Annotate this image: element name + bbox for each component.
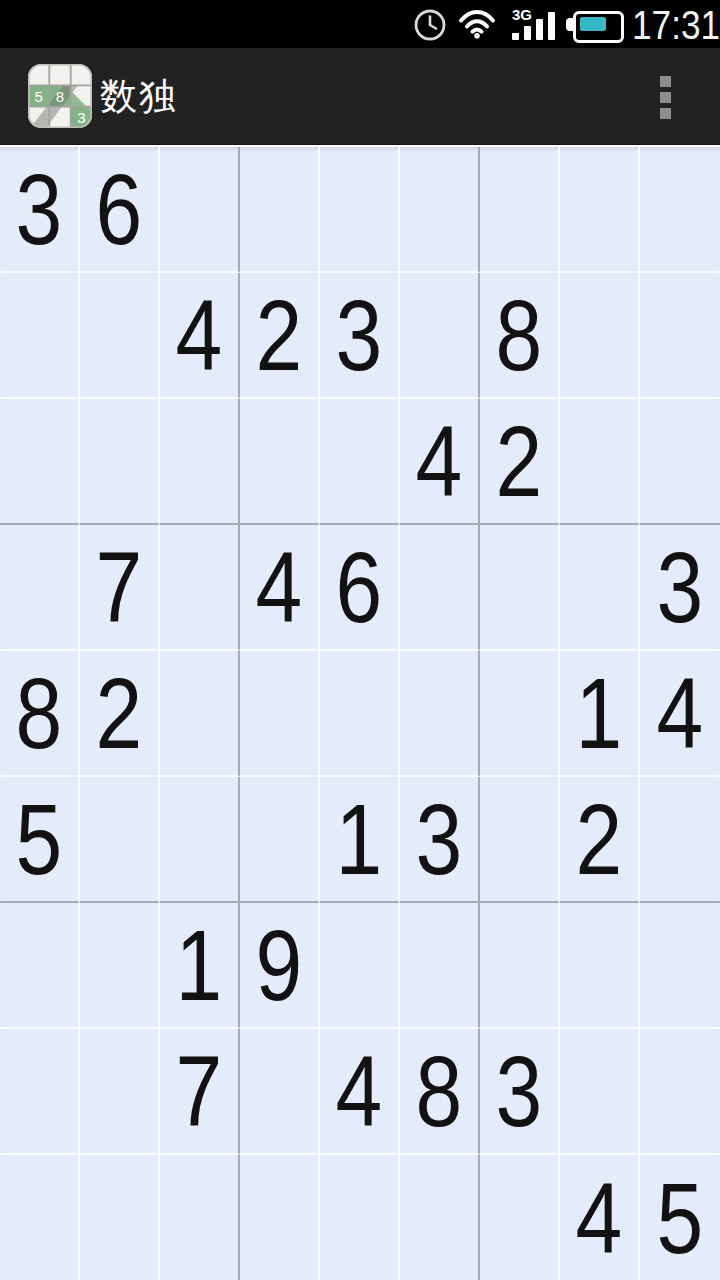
cell-r3c1[interactable] [0, 399, 80, 525]
cell-r5c2[interactable]: 2 [80, 651, 160, 777]
cell-r2c9[interactable] [640, 273, 720, 399]
cell-r3c9[interactable] [640, 399, 720, 525]
signal-bar-dot [512, 33, 519, 40]
cell-r8c2[interactable] [80, 1029, 160, 1155]
cell-r7c8[interactable] [560, 903, 640, 1029]
cell-r5c3[interactable] [160, 651, 240, 777]
cell-r1c1[interactable]: 3 [0, 147, 80, 273]
wifi-icon [458, 9, 496, 39]
given-digit: 8 [16, 663, 63, 763]
given-digit: 4 [336, 1041, 383, 1141]
cell-r2c4[interactable]: 2 [240, 273, 320, 399]
cell-r6c1[interactable]: 5 [0, 777, 80, 903]
cell-r2c1[interactable] [0, 273, 80, 399]
icon-digit-3: 3 [77, 109, 85, 126]
given-digit: 4 [256, 537, 303, 637]
cell-r3c2[interactable] [80, 399, 160, 525]
cell-r9c1[interactable] [0, 1155, 80, 1280]
cell-r8c9[interactable] [640, 1029, 720, 1155]
cell-r2c3[interactable]: 4 [160, 273, 240, 399]
given-digit: 7 [96, 537, 143, 637]
given-digit: 3 [16, 159, 63, 259]
clock-time: 17:31 [632, 0, 720, 48]
cell-r1c5[interactable] [320, 147, 400, 273]
given-digit: 2 [96, 663, 143, 763]
cell-r9c7[interactable] [480, 1155, 560, 1280]
cell-r8c6[interactable]: 8 [400, 1029, 480, 1155]
cell-r8c8[interactable] [560, 1029, 640, 1155]
icon-digit-8: 8 [56, 88, 64, 105]
given-digit: 1 [576, 663, 623, 763]
cell-r9c5[interactable] [320, 1155, 400, 1280]
sudoku-app-icon: 5 8 3 [28, 64, 92, 128]
cell-r9c4[interactable] [240, 1155, 320, 1280]
cell-r1c8[interactable] [560, 147, 640, 273]
cell-r7c4[interactable]: 9 [240, 903, 320, 1029]
cell-r7c1[interactable] [0, 903, 80, 1029]
menu-dot [660, 76, 671, 87]
given-digit: 7 [176, 1041, 223, 1141]
cell-r7c3[interactable]: 1 [160, 903, 240, 1029]
cell-r6c3[interactable] [160, 777, 240, 903]
cell-r4c4[interactable]: 4 [240, 525, 320, 651]
network-type-label: 3G [512, 6, 532, 23]
cell-r1c6[interactable] [400, 147, 480, 273]
given-digit: 4 [176, 285, 223, 385]
given-digit: 6 [96, 159, 143, 259]
given-digit: 3 [657, 537, 704, 637]
cell-r2c7[interactable]: 8 [480, 273, 560, 399]
menu-dot [660, 92, 671, 103]
given-digit: 3 [416, 789, 463, 889]
cell-r4c2[interactable]: 7 [80, 525, 160, 651]
cell-r4c7[interactable] [480, 525, 560, 651]
given-digit: 4 [416, 411, 463, 511]
alarm-clock-icon [412, 7, 448, 43]
given-digit: 8 [496, 285, 543, 385]
sudoku-grid: 3642384274638214513219748345 [0, 145, 720, 1280]
cell-r7c5[interactable] [320, 903, 400, 1029]
cell-r3c8[interactable] [560, 399, 640, 525]
page-title: 数独 [100, 48, 178, 144]
cell-r2c5[interactable]: 3 [320, 273, 400, 399]
cell-r5c8[interactable]: 1 [560, 651, 640, 777]
given-digit: 8 [416, 1041, 463, 1141]
cell-r5c1[interactable]: 8 [0, 651, 80, 777]
cell-r1c2[interactable]: 6 [80, 147, 160, 273]
cell-r6c9[interactable] [640, 777, 720, 903]
given-digit: 4 [657, 663, 704, 763]
cell-r2c2[interactable] [80, 273, 160, 399]
given-digit: 3 [496, 1041, 543, 1141]
cell-r3c3[interactable] [160, 399, 240, 525]
cell-r1c4[interactable] [240, 147, 320, 273]
battery-fill [580, 17, 606, 31]
cell-r7c6[interactable] [400, 903, 480, 1029]
cell-r4c8[interactable] [560, 525, 640, 651]
given-digit: 1 [176, 915, 223, 1015]
cell-r8c3[interactable]: 7 [160, 1029, 240, 1155]
cell-r4c5[interactable]: 6 [320, 525, 400, 651]
cell-r1c3[interactable] [160, 147, 240, 273]
cell-r7c7[interactable] [480, 903, 560, 1029]
overflow-menu-icon[interactable] [656, 76, 674, 119]
given-digit: 5 [16, 789, 63, 889]
cell-r6c2[interactable] [80, 777, 160, 903]
cell-r9c3[interactable] [160, 1155, 240, 1280]
signal-bars-icon: 3G [510, 0, 562, 48]
cell-r8c5[interactable]: 4 [320, 1029, 400, 1155]
given-digit: 2 [576, 789, 623, 889]
cell-r8c1[interactable] [0, 1029, 80, 1155]
cell-r7c9[interactable] [640, 903, 720, 1029]
cell-r2c6[interactable] [400, 273, 480, 399]
icon-digit-5: 5 [34, 88, 42, 105]
cell-r5c5[interactable] [320, 651, 400, 777]
cell-r8c7[interactable]: 3 [480, 1029, 560, 1155]
cell-r8c4[interactable] [240, 1029, 320, 1155]
cell-r6c4[interactable] [240, 777, 320, 903]
given-digit: 6 [336, 537, 383, 637]
cell-r4c6[interactable] [400, 525, 480, 651]
cell-r3c6[interactable]: 4 [400, 399, 480, 525]
given-digit: 2 [256, 285, 303, 385]
cell-r3c4[interactable] [240, 399, 320, 525]
cell-r1c9[interactable] [640, 147, 720, 273]
cell-r5c4[interactable] [240, 651, 320, 777]
battery-body [573, 11, 624, 43]
menu-dot [660, 108, 671, 119]
cell-r9c6[interactable] [400, 1155, 480, 1280]
given-digit: 9 [256, 915, 303, 1015]
cell-r9c8[interactable]: 4 [560, 1155, 640, 1280]
cell-r4c9[interactable]: 3 [640, 525, 720, 651]
cell-r5c6[interactable] [400, 651, 480, 777]
cell-r6c8[interactable]: 2 [560, 777, 640, 903]
signal-bar-4 [548, 12, 555, 40]
cell-r7c2[interactable] [80, 903, 160, 1029]
cell-r1c7[interactable] [480, 147, 560, 273]
cell-r6c7[interactable] [480, 777, 560, 903]
signal-bar-2 [524, 26, 531, 40]
signal-bar-3 [536, 19, 543, 40]
given-digit: 5 [657, 1168, 704, 1268]
cell-r2c8[interactable] [560, 273, 640, 399]
cell-r5c9[interactable]: 4 [640, 651, 720, 777]
given-digit: 3 [336, 285, 383, 385]
cell-r9c2[interactable] [80, 1155, 160, 1280]
given-digit: 2 [496, 411, 543, 511]
cell-r6c6[interactable]: 3 [400, 777, 480, 903]
cell-r3c7[interactable]: 2 [480, 399, 560, 525]
cell-r4c3[interactable] [160, 525, 240, 651]
cell-r9c9[interactable]: 5 [640, 1155, 720, 1280]
cell-r4c1[interactable] [0, 525, 80, 651]
cell-r5c7[interactable] [480, 651, 560, 777]
cell-r6c5[interactable]: 1 [320, 777, 400, 903]
cell-r3c5[interactable] [320, 399, 400, 525]
app-bar: 5 8 3 数独 [0, 48, 720, 145]
given-digit: 4 [576, 1168, 623, 1268]
status-bar: 3G 17:31 [0, 0, 720, 48]
battery-icon [566, 0, 624, 48]
given-digit: 1 [336, 789, 383, 889]
